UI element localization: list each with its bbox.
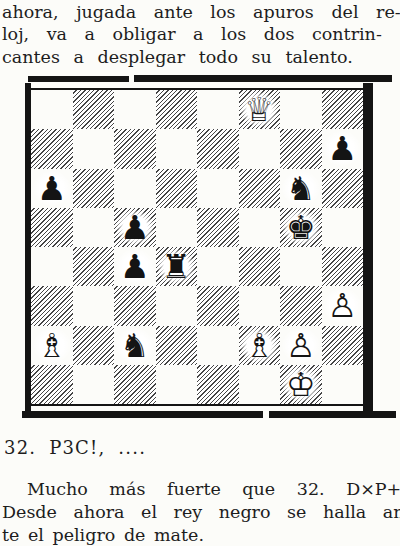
piece-black-king-g5: ♚: [282, 210, 320, 245]
square-a5: [31, 208, 73, 247]
square-c3: [114, 286, 156, 325]
square-d2: [156, 326, 198, 365]
square-f8: ♕: [239, 90, 281, 129]
square-e2: [197, 326, 239, 365]
paragraph-line: te el peligro de mate.: [2, 525, 399, 546]
square-g1: ♔: [280, 365, 322, 404]
piece-white-king-g1: ♔: [282, 367, 320, 402]
square-f6: [239, 169, 281, 208]
square-h5: [322, 208, 364, 247]
piece-white-pawn-g2: ♙: [282, 328, 320, 363]
square-a4: [31, 247, 73, 286]
square-e7: [197, 129, 239, 168]
square-b6: [73, 169, 115, 208]
square-f3: [239, 286, 281, 325]
board-inner-line-bottom: [31, 404, 363, 406]
paragraph-line: loj, va a obligar a los dos contrin-: [2, 24, 399, 46]
piece-white-queen-f8: ♕: [240, 92, 278, 127]
square-f5: [239, 208, 281, 247]
square-d7: [156, 129, 198, 168]
square-h8: [322, 90, 364, 129]
square-h2: [322, 326, 364, 365]
square-e6: [197, 169, 239, 208]
square-e4: [197, 247, 239, 286]
square-c1: [114, 365, 156, 404]
piece-black-knight-c2: ♞: [116, 328, 154, 363]
square-g4: [280, 247, 322, 286]
bottom-paragraph: Mucho más fuerte que 32. D×P+. Desde aho…: [2, 479, 399, 546]
square-g5: ♚: [280, 208, 322, 247]
square-b5: [73, 208, 115, 247]
square-a6: ♟: [31, 169, 73, 208]
square-h3: ♙: [322, 286, 364, 325]
paragraph-line: ahora, jugada ante los apuros del re-: [2, 2, 399, 24]
move-text: 32. P3C!, ....: [4, 437, 146, 458]
square-a2: ♗: [31, 326, 73, 365]
board-border-right: [363, 83, 373, 411]
board-border-top-left-segment: [28, 76, 129, 82]
board-border-bottom-right-segment: [269, 411, 396, 418]
board-border-bottom-left-segment: [22, 411, 263, 418]
square-g6: ♞: [280, 169, 322, 208]
square-b1: [73, 365, 115, 404]
square-c6: [114, 169, 156, 208]
square-e1: [197, 365, 239, 404]
square-d1: [156, 365, 198, 404]
square-d4: ♜: [156, 247, 198, 286]
square-h1: [322, 365, 364, 404]
piece-black-knight-g6: ♞: [282, 171, 320, 206]
paragraph-line: Desde ahora el rey negro se halla an-: [2, 502, 399, 525]
piece-black-pawn-c5: ♟: [116, 210, 154, 245]
square-d5: [156, 208, 198, 247]
square-b3: [73, 286, 115, 325]
square-c4: ♟: [114, 247, 156, 286]
square-c7: [114, 129, 156, 168]
square-h7: ♟: [322, 129, 364, 168]
piece-white-pawn-h3: ♙: [323, 288, 361, 323]
piece-black-pawn-h7: ♟: [323, 131, 361, 166]
square-h6: [322, 169, 364, 208]
square-f2: ♗: [239, 326, 281, 365]
piece-black-pawn-c4: ♟: [116, 249, 154, 284]
piece-black-rook-d4: ♜: [157, 249, 195, 284]
square-f1: [239, 365, 281, 404]
square-c8: [114, 90, 156, 129]
paragraph-line: cantes a desplegar todo su talento.: [2, 47, 399, 69]
paragraph-line: Mucho más fuerte que 32. D×P+.: [2, 479, 399, 502]
square-c5: ♟: [114, 208, 156, 247]
top-paragraph: ahora, jugada ante los apuros del re- lo…: [2, 2, 399, 69]
square-g8: [280, 90, 322, 129]
board-border-top-right-segment: [134, 75, 392, 82]
square-e5: [197, 208, 239, 247]
square-g7: [280, 129, 322, 168]
square-f7: [239, 129, 281, 168]
square-d6: [156, 169, 198, 208]
square-a1: [31, 365, 73, 404]
square-b8: [73, 90, 115, 129]
square-a7: [31, 129, 73, 168]
piece-white-bishop-f2: ♗: [240, 328, 278, 363]
square-b2: [73, 326, 115, 365]
piece-black-pawn-a6: ♟: [33, 171, 71, 206]
square-h4: [322, 247, 364, 286]
square-a3: [31, 286, 73, 325]
square-a8: [31, 90, 73, 129]
square-b4: [73, 247, 115, 286]
piece-white-bishop-a2: ♗: [33, 328, 71, 363]
square-e3: [197, 286, 239, 325]
square-c2: ♞: [114, 326, 156, 365]
chess-board: ♕♟♟♞♟♚♟♜♙♗♞♗♙♔: [31, 90, 363, 404]
square-e8: [197, 90, 239, 129]
square-g3: [280, 286, 322, 325]
square-f4: [239, 247, 281, 286]
square-b7: [73, 129, 115, 168]
square-g2: ♙: [280, 326, 322, 365]
square-d8: [156, 90, 198, 129]
square-d3: [156, 286, 198, 325]
